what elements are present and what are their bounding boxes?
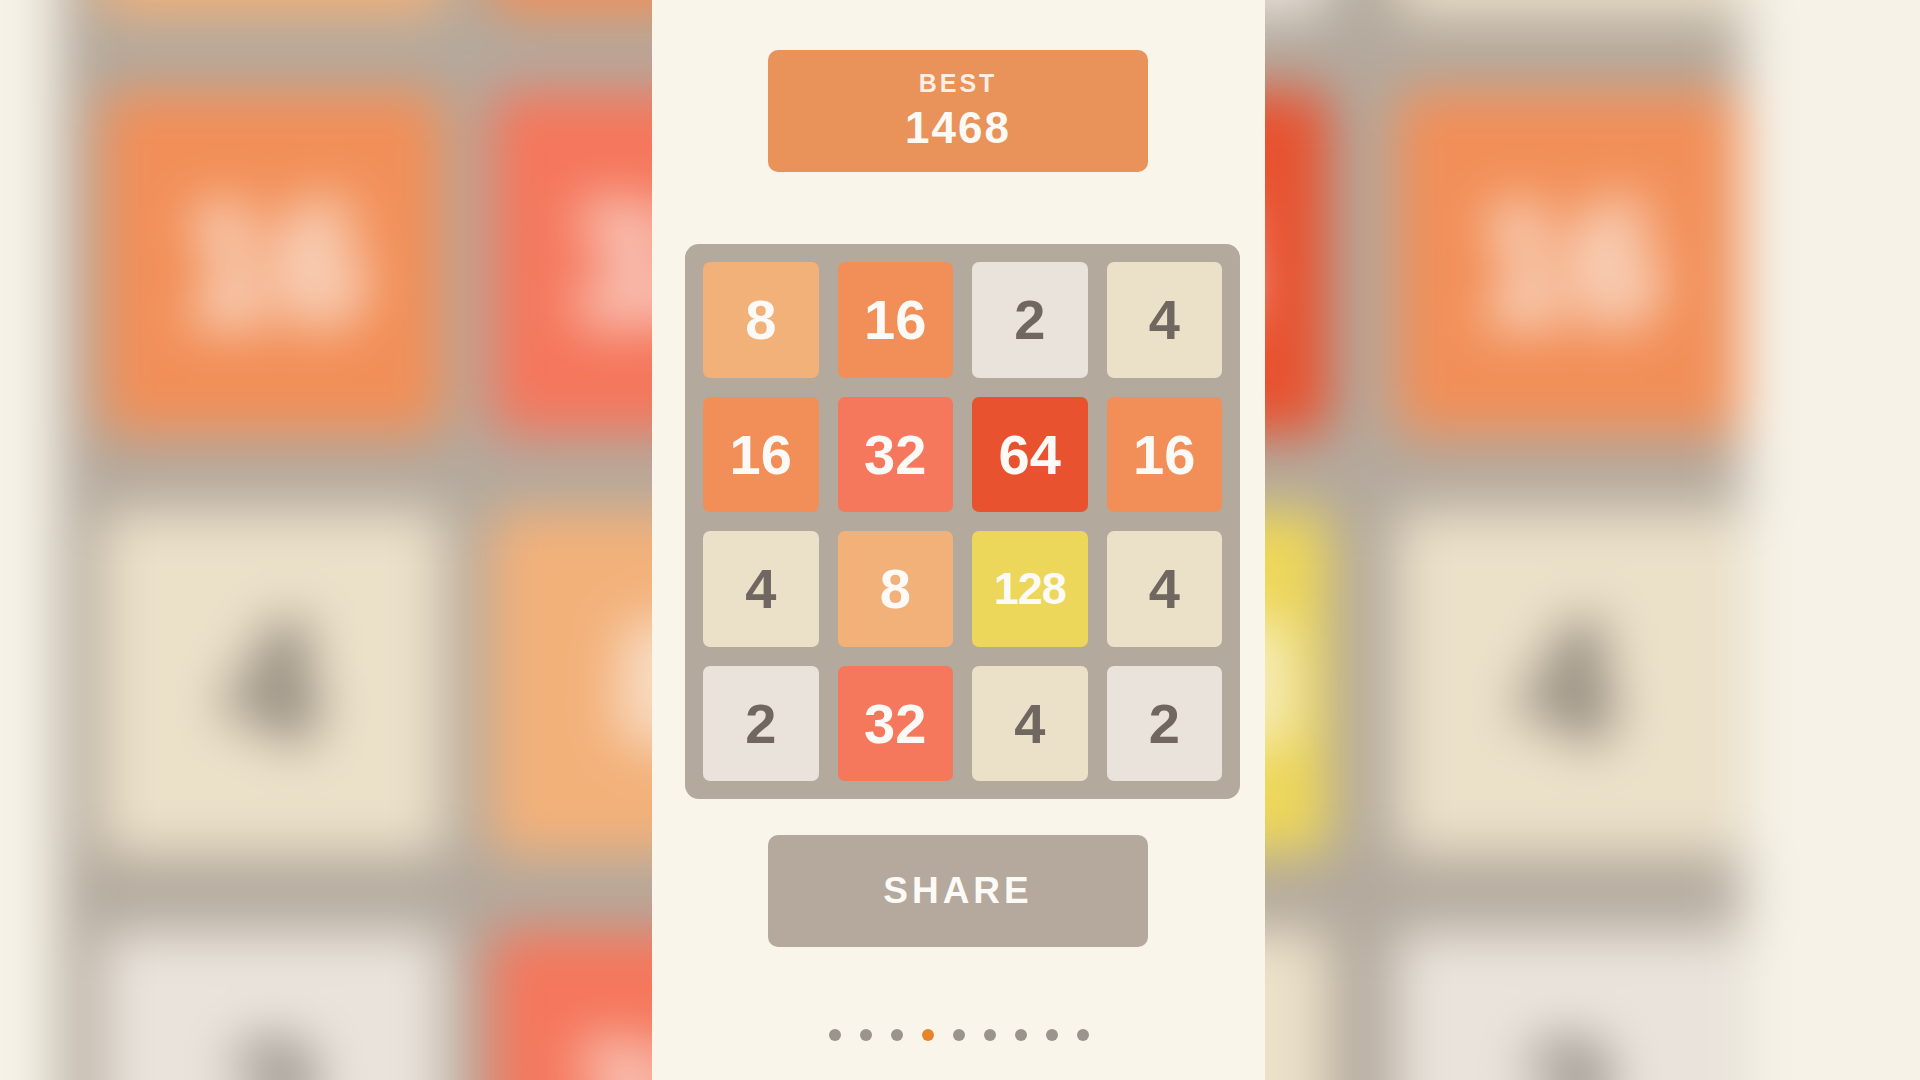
page-dot[interactable] <box>829 1029 841 1041</box>
tile-r1c4: 4 <box>1107 262 1223 378</box>
tile-r3c4: 4 <box>1107 531 1223 647</box>
page-dot[interactable] <box>891 1029 903 1041</box>
bg-tile-16: 16 <box>1395 90 1740 435</box>
tile-r2c1: 16 <box>703 397 819 513</box>
pagination-dots <box>652 1029 1265 1041</box>
bg-tile-16: 16 <box>100 90 445 435</box>
bg-tile-8: 8 <box>100 0 445 15</box>
best-score-label: BEST <box>919 69 998 98</box>
tile-r4c2: 32 <box>838 666 954 782</box>
bg-tile-4: 4 <box>1395 0 1740 15</box>
page-dot[interactable] <box>984 1029 996 1041</box>
page-dot[interactable] <box>860 1029 872 1041</box>
screenshot-stage: 816163248232246416128442 BEST 1468 81624… <box>0 0 1920 1080</box>
page-dot[interactable] <box>1046 1029 1058 1041</box>
tile-r1c1: 8 <box>703 262 819 378</box>
best-score-value: 1468 <box>905 103 1011 153</box>
bg-tile-4: 4 <box>1395 510 1740 855</box>
page-dot[interactable] <box>953 1029 965 1041</box>
tile-r4c3: 4 <box>972 666 1088 782</box>
game-board[interactable]: 816241632641648128423242 <box>685 244 1240 799</box>
share-button[interactable]: SHARE <box>768 835 1148 947</box>
page-dot-active[interactable] <box>922 1029 934 1041</box>
tile-r3c1: 4 <box>703 531 819 647</box>
bg-tile-2: 2 <box>100 930 445 1080</box>
bg-tile-2: 2 <box>1395 930 1740 1080</box>
tile-r2c2: 32 <box>838 397 954 513</box>
bg-tile-4: 4 <box>100 510 445 855</box>
tile-r4c1: 2 <box>703 666 819 782</box>
tile-r1c2: 16 <box>838 262 954 378</box>
best-score-badge: BEST 1468 <box>768 50 1148 172</box>
tile-r4c4: 2 <box>1107 666 1223 782</box>
tile-r3c2: 8 <box>838 531 954 647</box>
game-panel: BEST 1468 816241632641648128423242 SHARE <box>652 0 1265 1080</box>
tile-r3c3: 128 <box>972 531 1088 647</box>
tile-r2c3: 64 <box>972 397 1088 513</box>
tile-r2c4: 16 <box>1107 397 1223 513</box>
share-button-label: SHARE <box>883 870 1033 912</box>
page-dot[interactable] <box>1015 1029 1027 1041</box>
tile-r1c3: 2 <box>972 262 1088 378</box>
page-dot[interactable] <box>1077 1029 1089 1041</box>
